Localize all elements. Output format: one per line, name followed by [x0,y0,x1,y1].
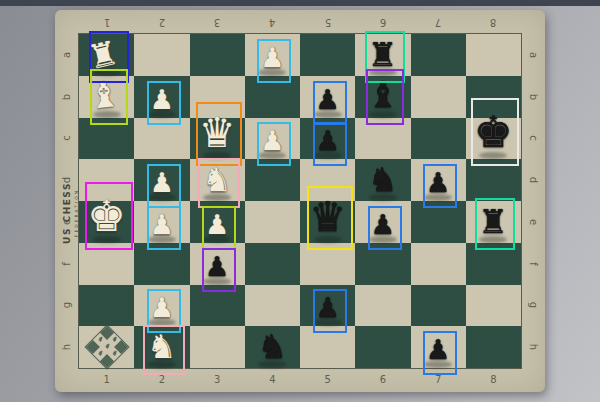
detection-box-black-pawn-b5 [313,81,347,125]
square-g8[interactable] [466,285,521,327]
detection-box-black-pawn-e6 [368,206,402,250]
rank-label-top-5: 5 [324,17,330,27]
rank-label-bottom-7: 7 [435,375,441,385]
detection-box-white-pawn-b2 [147,81,181,125]
square-a2[interactable] [134,34,189,76]
file-label-right-e: e [528,219,538,225]
square-a7[interactable] [411,34,466,76]
rank-label-top-4: 4 [269,17,275,27]
square-f4[interactable] [245,243,300,285]
detection-box-black-pawn-f3 [202,248,236,292]
square-f7[interactable] [411,243,466,285]
piece-glyph: ♞ [258,328,288,365]
square-h1[interactable]: ♞♞♞♞♞ [79,326,134,368]
rank-label-top-7: 7 [435,17,441,27]
square-e4[interactable] [245,201,300,243]
rank-label-bottom-4: 4 [269,375,275,385]
square-a5[interactable] [300,34,355,76]
detection-box-white-pawn-c4 [257,122,291,166]
rank-label-top-1: 1 [103,17,109,27]
detection-box-white-king-e1 [85,182,133,250]
detection-box-white-knight-d3 [198,158,240,208]
file-label-left-c: c [62,136,72,142]
square-c7[interactable] [411,118,466,160]
detection-box-black-pawn-c5 [313,122,347,166]
file-label-right-h: h [528,344,538,350]
square-b7[interactable] [411,76,466,118]
rank-label-top-3: 3 [214,17,220,27]
rank-label-bottom-6: 6 [380,375,386,385]
file-label-right-b: b [528,93,538,99]
detection-box-black-pawn-d7 [423,164,457,208]
rank-label-bottom-1: 1 [103,375,109,385]
file-label-left-d: d [62,177,72,183]
detection-box-black-bishop-b6 [366,69,404,125]
rank-label-top-8: 8 [490,17,496,27]
square-h6[interactable] [355,326,410,368]
detection-box-white-pawn-e3 [202,206,236,250]
detection-box-black-rook-e8 [475,198,515,250]
square-g1[interactable] [79,285,134,327]
rank-label-bottom-3: 3 [214,375,220,385]
file-label-right-a: a [528,52,538,58]
square-h8[interactable] [466,326,521,368]
file-label-right-f: f [528,262,538,266]
file-label-left-b: b [62,93,72,99]
square-a8[interactable] [466,34,521,76]
brand-text: US CHESS [62,182,72,244]
rank-label-bottom-8: 8 [490,375,496,385]
file-label-left-e: e [62,219,72,225]
detection-box-black-king-c8 [471,98,519,166]
detection-box-black-pawn-g5 [313,289,347,333]
rank-label-top-2: 2 [159,17,165,27]
detection-box-white-bishop-b1 [90,69,128,125]
detection-box-white-knight-h2 [143,325,185,375]
detection-box-white-pawn-a4 [257,39,291,83]
brand-area: US CHESS FEDERATION [54,158,80,268]
detection-box-white-pawn-d2 [147,164,181,208]
square-g7[interactable] [411,285,466,327]
square-a3[interactable] [190,34,245,76]
file-label-left-a: a [62,52,72,58]
detection-box-black-queen-e5 [307,186,353,250]
detection-box-white-pawn-e2 [147,206,181,250]
detection-box-white-queen-c3 [196,102,242,166]
black-knight-d6[interactable]: ♞ [355,159,411,198]
square-h3[interactable] [190,326,245,368]
file-label-left-g: g [62,302,72,308]
rank-label-bottom-5: 5 [324,375,330,385]
piece-glyph: ♞ [368,161,398,198]
black-knight-h4[interactable]: ♞ [244,326,300,365]
file-label-left-f: f [62,262,72,266]
file-label-right-g: g [528,302,538,308]
background-top-strip [0,0,600,6]
square-g6[interactable] [355,285,410,327]
rank-label-top-6: 6 [380,17,386,27]
file-label-left-h: h [62,344,72,350]
square-g4[interactable] [245,285,300,327]
file-label-right-c: c [528,136,538,142]
file-label-right-d: d [528,177,538,183]
detection-box-black-pawn-h7 [423,331,457,375]
us-chess-diamond-logo: ♞♞♞♞♞ [85,326,127,368]
rank-label-bottom-2: 2 [159,375,165,385]
